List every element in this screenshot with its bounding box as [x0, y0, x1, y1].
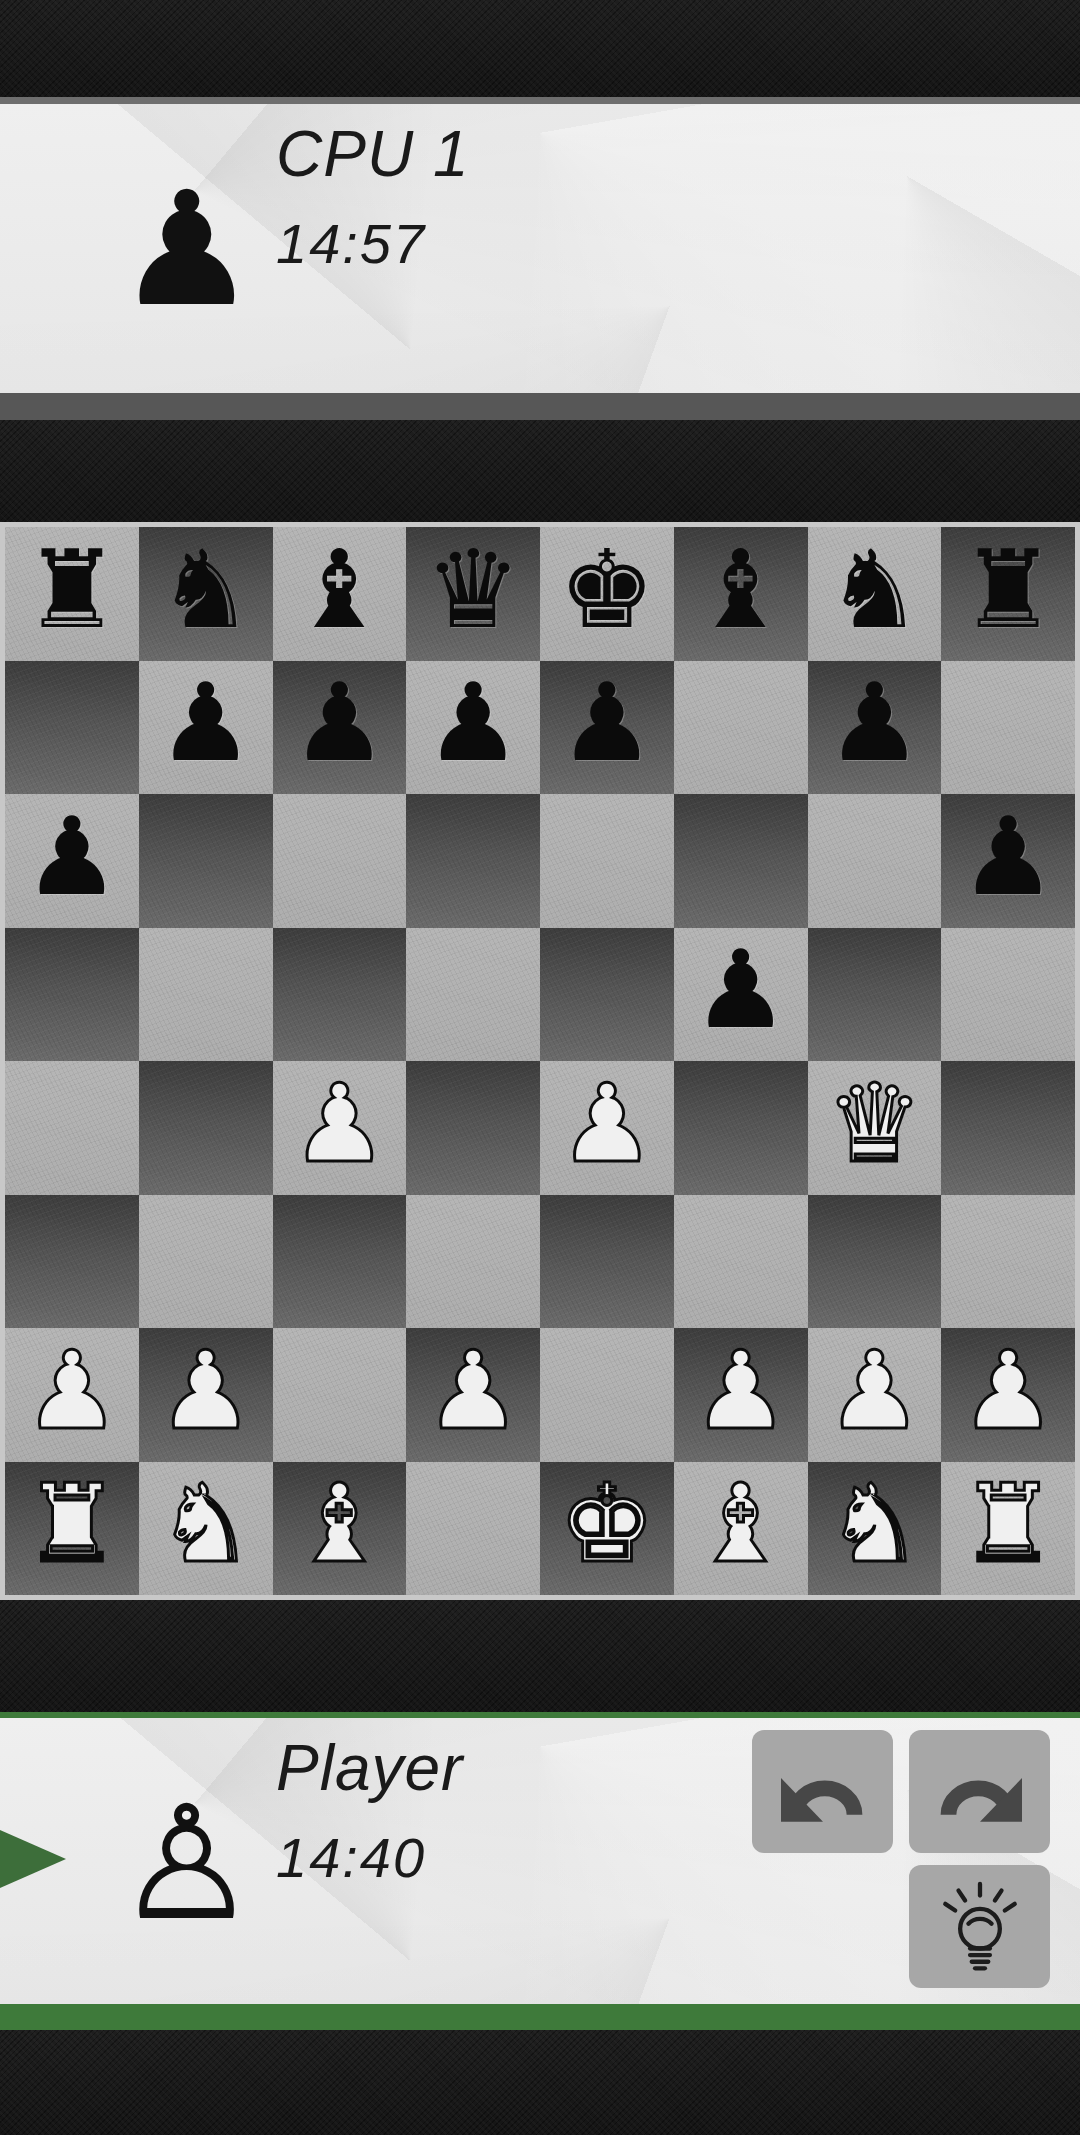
square-g7[interactable]: ♟	[808, 661, 942, 795]
white-pawn-f2: ♟	[692, 1337, 789, 1445]
chess-app-screen: ♟ CPU 1 14:57 ♜♞♝♛♚♝♞♜♟♟♟♟♟♟♟♟♟♟♛♟♟♟♟♟♟♜…	[0, 0, 1080, 2135]
black-pawn-e7: ♟	[558, 669, 655, 777]
square-g3[interactable]	[808, 1195, 942, 1329]
black-bishop-f8: ♝	[692, 536, 789, 644]
undo-arrow-icon	[777, 1757, 869, 1827]
white-bishop-f1: ♝	[692, 1470, 789, 1578]
square-h4[interactable]	[941, 1061, 1075, 1195]
gap-above-board	[0, 420, 1080, 522]
square-d8[interactable]: ♛	[406, 527, 540, 661]
square-a8[interactable]: ♜	[5, 527, 139, 661]
square-c3[interactable]	[273, 1195, 407, 1329]
white-pawn-e4: ♟	[558, 1070, 655, 1178]
black-rook-a8: ♜	[23, 536, 120, 644]
white-rook-h1: ♜	[960, 1470, 1057, 1578]
square-c2[interactable]	[273, 1328, 407, 1462]
square-g8[interactable]: ♞	[808, 527, 942, 661]
black-pawn-f5: ♟	[692, 936, 789, 1044]
black-pawn-g7: ♟	[826, 669, 923, 777]
square-f7[interactable]	[674, 661, 808, 795]
white-pawn-icon: ♙	[116, 1758, 226, 1968]
square-b7[interactable]: ♟	[139, 661, 273, 795]
square-h2[interactable]: ♟	[941, 1328, 1075, 1462]
black-pawn-a6: ♟	[23, 803, 120, 911]
player-clock: 14:40	[276, 1822, 463, 1894]
square-e4[interactable]: ♟	[540, 1061, 674, 1195]
bottom-bar	[0, 2030, 1080, 2135]
square-d7[interactable]: ♟	[406, 661, 540, 795]
opponent-name: CPU 1	[276, 114, 470, 194]
square-e2[interactable]	[540, 1328, 674, 1462]
player-info: Player 14:40	[276, 1728, 463, 1894]
top-status-bar	[0, 0, 1080, 97]
square-c6[interactable]	[273, 794, 407, 928]
gap-below-board	[0, 1600, 1080, 1712]
white-knight-b1: ♞	[157, 1470, 254, 1578]
square-b2[interactable]: ♟	[139, 1328, 273, 1462]
redo-arrow-icon	[934, 1757, 1026, 1827]
white-pawn-h2: ♟	[960, 1337, 1057, 1445]
square-a4[interactable]	[5, 1061, 139, 1195]
black-pawn-b7: ♟	[157, 669, 254, 777]
square-h1[interactable]: ♜	[941, 1462, 1075, 1596]
square-f2[interactable]: ♟	[674, 1328, 808, 1462]
black-knight-g8: ♞	[826, 536, 923, 644]
square-e6[interactable]	[540, 794, 674, 928]
player-panel: ♙ Player 14:40	[0, 1718, 1080, 2004]
white-king-e1: ♚	[558, 1470, 655, 1578]
square-h8[interactable]: ♜	[941, 527, 1075, 661]
square-h7[interactable]	[941, 661, 1075, 795]
square-c1[interactable]: ♝	[273, 1462, 407, 1596]
redo-button[interactable]	[909, 1730, 1050, 1853]
square-c7[interactable]: ♟	[273, 661, 407, 795]
black-pawn-d7: ♟	[425, 669, 522, 777]
black-king-e8: ♚	[558, 536, 655, 644]
white-pawn-b2: ♟	[157, 1337, 254, 1445]
square-h6[interactable]: ♟	[941, 794, 1075, 928]
square-a5[interactable]	[5, 928, 139, 1062]
square-a3[interactable]	[5, 1195, 139, 1329]
white-rook-a1: ♜	[23, 1470, 120, 1578]
square-a7[interactable]	[5, 661, 139, 795]
square-d6[interactable]	[406, 794, 540, 928]
undo-button[interactable]	[752, 1730, 893, 1853]
square-b4[interactable]	[139, 1061, 273, 1195]
square-g5[interactable]	[808, 928, 942, 1062]
square-f3[interactable]	[674, 1195, 808, 1329]
square-d2[interactable]: ♟	[406, 1328, 540, 1462]
white-pawn-c4: ♟	[291, 1070, 388, 1178]
turn-indicator-arrow	[0, 1830, 66, 1888]
square-f8[interactable]: ♝	[674, 527, 808, 661]
white-knight-g1: ♞	[826, 1470, 923, 1578]
square-f6[interactable]	[674, 794, 808, 928]
opponent-clock: 14:57	[276, 208, 470, 280]
black-queen-d8: ♛	[425, 536, 522, 644]
square-e7[interactable]: ♟	[540, 661, 674, 795]
square-g6[interactable]	[808, 794, 942, 928]
square-a6[interactable]: ♟	[5, 794, 139, 928]
opponent-info: CPU 1 14:57	[276, 114, 470, 280]
square-b8[interactable]: ♞	[139, 527, 273, 661]
square-g4[interactable]: ♛	[808, 1061, 942, 1195]
player-panel-bottom-accent	[0, 2004, 1080, 2030]
white-pawn-g2: ♟	[826, 1337, 923, 1445]
square-a1[interactable]: ♜	[5, 1462, 139, 1596]
square-c8[interactable]: ♝	[273, 527, 407, 661]
square-d3[interactable]	[406, 1195, 540, 1329]
white-bishop-c1: ♝	[291, 1470, 388, 1578]
square-h3[interactable]	[941, 1195, 1075, 1329]
square-d4[interactable]	[406, 1061, 540, 1195]
black-pawn-h6: ♟	[960, 803, 1057, 911]
square-a2[interactable]: ♟	[5, 1328, 139, 1462]
lightbulb-icon	[937, 1879, 1023, 1975]
white-queen-g4: ♛	[826, 1070, 923, 1178]
square-c5[interactable]	[273, 928, 407, 1062]
separator-bar-below-opponent	[0, 393, 1080, 420]
square-b1[interactable]: ♞	[139, 1462, 273, 1596]
square-e8[interactable]: ♚	[540, 527, 674, 661]
square-g1[interactable]: ♞	[808, 1462, 942, 1596]
square-b6[interactable]	[139, 794, 273, 928]
black-bishop-c8: ♝	[291, 536, 388, 644]
square-c4[interactable]: ♟	[273, 1061, 407, 1195]
white-pawn-d2: ♟	[425, 1337, 522, 1445]
opponent-panel: ♟ CPU 1 14:57	[0, 104, 1080, 393]
separator-line-top	[0, 97, 1080, 104]
square-b3[interactable]	[139, 1195, 273, 1329]
square-f1[interactable]: ♝	[674, 1462, 808, 1596]
square-d5[interactable]	[406, 928, 540, 1062]
square-h5[interactable]	[941, 928, 1075, 1062]
black-pawn-c7: ♟	[291, 669, 388, 777]
square-b5[interactable]	[139, 928, 273, 1062]
square-f4[interactable]	[674, 1061, 808, 1195]
white-pawn-a2: ♟	[23, 1337, 120, 1445]
player-name: Player	[276, 1728, 463, 1808]
hint-button[interactable]	[909, 1865, 1050, 1988]
square-d1[interactable]	[406, 1462, 540, 1596]
square-e5[interactable]	[540, 928, 674, 1062]
square-g2[interactable]: ♟	[808, 1328, 942, 1462]
square-f5[interactable]: ♟	[674, 928, 808, 1062]
chess-board: ♜♞♝♛♚♝♞♜♟♟♟♟♟♟♟♟♟♟♛♟♟♟♟♟♟♜♞♝♚♝♞♜	[0, 522, 1080, 1600]
square-e1[interactable]: ♚	[540, 1462, 674, 1596]
square-e3[interactable]	[540, 1195, 674, 1329]
black-rook-h8: ♜	[960, 536, 1057, 644]
black-pawn-icon: ♟	[116, 144, 226, 354]
black-knight-b8: ♞	[157, 536, 254, 644]
